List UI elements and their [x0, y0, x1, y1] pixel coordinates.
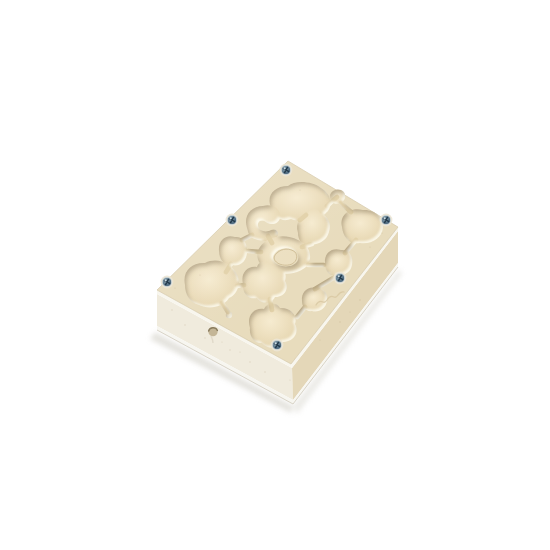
screw [226, 214, 239, 227]
screw [271, 339, 284, 352]
ant-nest-illustration [0, 0, 550, 550]
screw [280, 164, 293, 177]
screw [334, 272, 347, 285]
screw [161, 276, 174, 289]
screw [380, 214, 393, 227]
product-photo [0, 0, 550, 550]
